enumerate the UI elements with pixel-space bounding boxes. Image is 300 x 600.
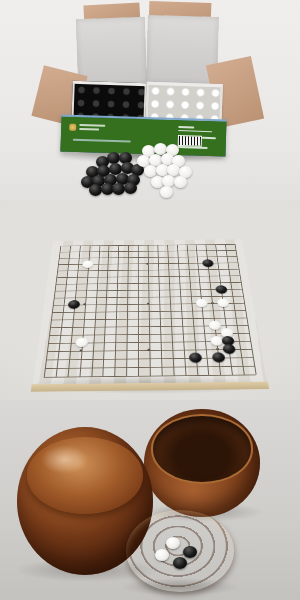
intersection [144, 338, 155, 346]
intersection [88, 323, 99, 331]
intersection [110, 323, 121, 331]
intersection [223, 345, 235, 353]
black-stone [183, 546, 197, 558]
intersection [179, 370, 191, 379]
intersection [143, 315, 154, 323]
intersection [176, 322, 187, 330]
black-stone [212, 352, 226, 362]
star-point [147, 303, 150, 305]
intersection [209, 322, 221, 330]
intersection [199, 329, 211, 337]
black-stone [202, 259, 214, 267]
intersection [100, 308, 111, 315]
intersection [50, 363, 63, 372]
intersection [165, 307, 176, 314]
barcode [178, 135, 202, 147]
intersection [144, 330, 155, 338]
intersection [188, 329, 200, 337]
black-stone [89, 184, 102, 196]
intersection [186, 307, 197, 314]
star-point [147, 263, 150, 265]
intersection [121, 363, 133, 372]
intersection [120, 371, 132, 380]
intersection [61, 372, 74, 381]
spec-text-line [178, 146, 208, 148]
intersection [190, 362, 202, 371]
intersection [99, 323, 110, 331]
star-point [80, 349, 83, 351]
intersection [111, 315, 122, 323]
intersection [176, 314, 187, 322]
intersection [197, 307, 208, 314]
intersection [197, 314, 209, 322]
intersection [144, 362, 156, 371]
intersection [188, 337, 200, 345]
intersection [66, 323, 78, 331]
intersection [144, 346, 155, 354]
stone-box-photo-panel [0, 0, 300, 200]
intersection [175, 300, 186, 307]
intersection [132, 346, 143, 354]
intersection [166, 330, 177, 338]
intersection [121, 354, 133, 363]
intersection [64, 347, 76, 355]
intersection [154, 315, 165, 323]
intersection [87, 346, 99, 354]
intersection [110, 338, 121, 346]
intersection [109, 346, 121, 354]
open-bowl-interior [151, 414, 253, 483]
intersection [75, 346, 87, 354]
intersection [133, 315, 144, 323]
open-bowl [144, 409, 260, 517]
intersection [211, 337, 223, 345]
intersection [246, 353, 259, 361]
intersection [108, 371, 120, 380]
upturned-lid-with-stones [126, 510, 234, 592]
go-board-photo-panel [0, 200, 300, 400]
white-stone [174, 176, 187, 188]
intersection [121, 338, 132, 346]
white-stone [155, 549, 169, 561]
intersection [63, 355, 75, 364]
intersection [132, 338, 143, 346]
black-stone [112, 183, 125, 195]
intersection [53, 339, 65, 347]
intersection [156, 371, 168, 380]
intersection [89, 308, 100, 315]
star-point [83, 304, 86, 306]
intersection [202, 370, 215, 379]
intersection [202, 362, 214, 371]
intersection [167, 354, 179, 362]
intersection [202, 260, 213, 266]
white-stone [144, 165, 157, 177]
intersection [85, 363, 97, 372]
intersection [217, 300, 229, 307]
intersection [85, 372, 97, 381]
intersection [144, 371, 156, 380]
intersection [111, 308, 122, 315]
intersection [78, 315, 89, 323]
goban-grid [37, 241, 262, 381]
star-point [216, 348, 219, 350]
intersection [88, 331, 100, 339]
intersection [187, 322, 199, 330]
intersection [167, 362, 179, 371]
intersection [155, 338, 166, 346]
intersection [242, 321, 254, 329]
intersection [109, 363, 121, 372]
intersection [167, 371, 179, 380]
intersection [122, 308, 133, 315]
intersection [196, 300, 207, 307]
intersection [214, 370, 227, 379]
spec-text-line [178, 130, 212, 133]
intersection [155, 346, 167, 354]
intersection [109, 354, 121, 363]
intersection [133, 308, 144, 315]
intersection [155, 330, 166, 338]
front-text-mark [73, 139, 131, 142]
intersection [249, 370, 262, 379]
star-point [211, 302, 214, 304]
intersection [122, 315, 133, 323]
intersection [77, 323, 89, 331]
intersection [177, 337, 189, 345]
intersection [89, 315, 100, 323]
intersection [200, 345, 212, 353]
intersection [97, 363, 109, 372]
intersection [179, 362, 191, 371]
intersection [98, 338, 110, 346]
intersection [155, 354, 167, 362]
intersection [201, 353, 213, 361]
intersection [241, 314, 253, 322]
intersection [98, 354, 110, 363]
black-stone [215, 285, 227, 293]
intersection [51, 355, 63, 364]
intersection [144, 354, 156, 362]
intersection [79, 308, 90, 315]
closed-bowl-highlight [41, 445, 87, 475]
black-stone [124, 182, 137, 194]
intersection [132, 371, 144, 380]
star-point [148, 349, 151, 351]
intersection [212, 353, 224, 361]
intersection [154, 307, 165, 314]
intersection [132, 362, 144, 371]
intersection [67, 316, 79, 324]
intersection [121, 346, 133, 354]
intersection [191, 370, 203, 379]
intersection [52, 347, 64, 355]
intersection [49, 372, 62, 381]
intersection [154, 322, 165, 330]
intersection [248, 361, 261, 370]
intersection [68, 308, 79, 315]
intersection [99, 330, 110, 338]
intersection [74, 363, 86, 372]
intersection [86, 355, 98, 364]
intersection [166, 338, 178, 346]
intersection [199, 337, 211, 345]
intersection [56, 316, 68, 324]
intersection [132, 354, 144, 362]
spec-text-line [202, 137, 216, 139]
intersection [100, 315, 111, 323]
intersection [74, 355, 86, 364]
white-stone [160, 186, 173, 198]
intersection [165, 322, 176, 330]
intersection [110, 330, 121, 338]
goban [33, 239, 267, 384]
brand-text-mark2 [79, 128, 99, 131]
intersection [54, 331, 66, 339]
intersection [239, 307, 251, 314]
black-stone [173, 557, 187, 569]
intersection [83, 261, 94, 267]
intersection [244, 337, 256, 345]
intersection [187, 314, 198, 322]
intersection [73, 372, 86, 381]
intersection [243, 329, 255, 337]
intersection [177, 330, 189, 338]
intersection [166, 346, 178, 354]
intersection [98, 346, 110, 354]
spec-label [178, 126, 219, 150]
intersection [175, 307, 186, 314]
intersection [121, 330, 132, 338]
intersection [245, 345, 258, 353]
brand-text-mark [79, 124, 105, 127]
intersection [216, 286, 227, 293]
brand-logo-icon [69, 124, 76, 131]
intersection [143, 307, 154, 314]
intersection [213, 362, 226, 371]
intersection [76, 338, 88, 346]
closed-bowl-lid-dome [27, 437, 144, 514]
intersection [132, 330, 143, 338]
intersection [65, 331, 77, 339]
intersection [155, 362, 167, 371]
intersection [87, 338, 99, 346]
intersection [143, 322, 154, 330]
intersection [133, 322, 144, 330]
white-stone [166, 537, 180, 549]
intersection [165, 315, 176, 323]
intersection [189, 353, 201, 361]
intersection [178, 345, 190, 353]
bowls-photo-panel [0, 400, 300, 600]
intersection [62, 363, 74, 372]
intersection [121, 323, 132, 331]
spec-text-line [178, 126, 194, 128]
intersection [97, 371, 109, 380]
